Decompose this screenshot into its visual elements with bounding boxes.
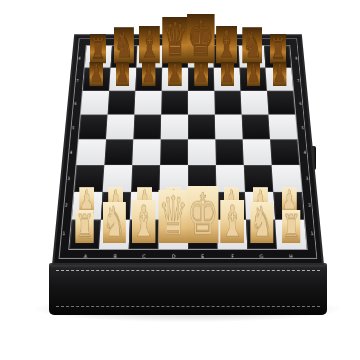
square-d1: ♛ — [158, 220, 188, 249]
square-b7: ♟ — [109, 68, 136, 91]
white-knight-b1: ♞ — [103, 202, 126, 243]
square-c5 — [133, 115, 161, 140]
square-f5 — [215, 115, 243, 140]
square-h1: ♜ — [275, 220, 307, 249]
square-a5 — [79, 115, 108, 140]
file-label-a: A — [74, 251, 98, 260]
square-b1: ♞ — [99, 220, 130, 249]
file-label-g: G — [250, 251, 273, 260]
white-rook-a1: ♜ — [75, 210, 94, 243]
square-d7: ♟ — [162, 68, 188, 91]
square-b4 — [104, 139, 133, 165]
black-pawn-e7: ♟ — [194, 62, 208, 86]
square-f4 — [215, 139, 243, 165]
rank-label-8: 8 — [292, 49, 302, 66]
black-pawn-h7: ♟ — [273, 62, 287, 86]
rank-label-2: 2 — [304, 194, 315, 215]
rank-label-4: 4 — [66, 142, 76, 162]
square-c1: ♝ — [129, 220, 159, 249]
square-e5 — [188, 115, 215, 140]
square-b5 — [106, 115, 134, 140]
square-f1: ♝ — [217, 220, 247, 249]
square-f6 — [214, 91, 241, 115]
square-d5 — [161, 115, 188, 140]
rank-label-6: 6 — [296, 94, 306, 112]
black-knight-b8: ♞ — [114, 27, 134, 63]
product-photo: ABCDEFGH ABCDEFGH 87654321 87654321 ♜♞♝♛… — [0, 0, 360, 360]
square-a1: ♜ — [69, 220, 101, 249]
black-pawn-c7: ♟ — [142, 62, 156, 86]
board-scene: ABCDEFGH ABCDEFGH 87654321 87654321 ♜♞♝♛… — [52, 0, 324, 265]
board-grid: ♜♞♝♛♚♝♞♜♟♟♟♟♟♟♟♟♟♟♟♟♟♟♟♟♜♞♝♛♚♝♞♜ — [69, 46, 306, 249]
square-h7: ♟ — [265, 68, 293, 91]
file-label-f: F — [220, 251, 243, 260]
square-c4 — [132, 139, 160, 165]
black-bishop-c8: ♝ — [139, 26, 160, 64]
rank-label-3: 3 — [63, 168, 74, 189]
black-pawn-a7: ♟ — [89, 62, 103, 86]
stitching-line-bottom — [56, 306, 320, 307]
file-label-c: C — [132, 251, 155, 260]
white-queen-d1: ♛ — [158, 190, 188, 243]
black-king-e8: ♚ — [187, 14, 215, 64]
rank-label-4: 4 — [300, 142, 310, 162]
black-queen-d8: ♛ — [162, 17, 188, 63]
square-a6 — [81, 91, 109, 115]
white-bishop-c1: ♝ — [132, 200, 156, 243]
board-frame: ABCDEFGH ABCDEFGH 87654321 87654321 ♜♞♝♛… — [52, 34, 324, 265]
white-rook-h1: ♜ — [282, 210, 301, 243]
rank-label-5: 5 — [298, 118, 308, 137]
rank-label-1: 1 — [307, 221, 318, 243]
black-pawn-g7: ♟ — [247, 62, 261, 86]
rank-label-1: 1 — [58, 221, 69, 243]
square-d6 — [161, 91, 188, 115]
white-knight-g1: ♞ — [250, 202, 273, 243]
square-e1: ♚ — [188, 220, 218, 249]
square-b6 — [108, 91, 136, 115]
square-f7: ♟ — [214, 68, 241, 91]
square-g1: ♞ — [246, 220, 277, 249]
white-bishop-f1: ♝ — [220, 200, 244, 243]
rank-label-8: 8 — [75, 49, 85, 66]
white-king-e1: ♚ — [187, 186, 219, 243]
square-h6 — [267, 91, 295, 115]
square-g7: ♟ — [240, 68, 267, 91]
square-g5 — [242, 115, 270, 140]
file-label-h: H — [279, 251, 303, 260]
square-c6 — [134, 91, 161, 115]
rank-label-6: 6 — [71, 94, 81, 112]
square-d4 — [160, 139, 188, 165]
rank-label-5: 5 — [68, 118, 78, 137]
rank-label-2: 2 — [61, 194, 72, 215]
square-a4 — [76, 139, 106, 165]
board-tilt: ABCDEFGH ABCDEFGH 87654321 87654321 ♜♞♝♛… — [52, 34, 324, 265]
file-label-d: D — [162, 251, 185, 260]
rank-label-3: 3 — [302, 168, 313, 189]
square-e7: ♟ — [188, 68, 214, 91]
file-labels-bottom: ABCDEFGH — [70, 250, 305, 262]
square-h5 — [268, 115, 297, 140]
square-e6 — [188, 91, 215, 115]
leather-box-front — [49, 263, 327, 315]
black-pawn-f7: ♟ — [221, 62, 235, 86]
square-e4 — [188, 139, 216, 165]
black-pawn-b7: ♟ — [116, 62, 130, 86]
square-g6 — [241, 91, 269, 115]
file-label-b: B — [103, 251, 126, 260]
stitching-line-top — [56, 270, 320, 271]
square-a7: ♟ — [83, 68, 111, 91]
square-g4 — [243, 139, 272, 165]
square-h4 — [270, 139, 300, 165]
file-label-e: E — [191, 251, 214, 260]
square-c7: ♟ — [135, 68, 162, 91]
rank-label-7: 7 — [294, 71, 304, 89]
rank-label-7: 7 — [73, 71, 83, 89]
black-knight-g8: ♞ — [242, 27, 262, 63]
black-pawn-d7: ♟ — [168, 62, 182, 86]
black-bishop-f8: ♝ — [216, 26, 237, 64]
